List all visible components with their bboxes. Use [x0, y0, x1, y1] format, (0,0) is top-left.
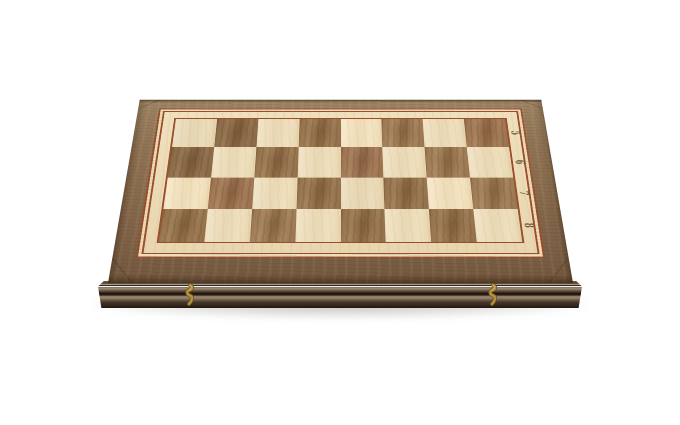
- square-dark: [382, 119, 425, 148]
- brass-clasp-icon: [184, 283, 196, 306]
- square-light: [427, 177, 473, 208]
- walnut-frame: 5678: [108, 100, 573, 283]
- rank-label: 8: [501, 221, 556, 230]
- frame-near-bevel: [108, 275, 573, 283]
- square-dark: [429, 209, 477, 242]
- square-light: [297, 147, 340, 177]
- inlay-pinstripe-border: 5678: [136, 109, 545, 258]
- maple-border-band: 5678: [141, 111, 539, 254]
- square-dark: [384, 177, 429, 208]
- square-dark: [296, 177, 340, 208]
- square-dark: [425, 147, 470, 177]
- square-dark: [208, 177, 254, 208]
- square-light: [423, 119, 467, 148]
- square-light: [385, 209, 432, 242]
- square-light: [295, 209, 340, 242]
- case-seam-groove: [98, 293, 582, 296]
- board-top-face: 5678: [108, 100, 573, 283]
- square-dark: [250, 209, 297, 242]
- square-light: [204, 209, 252, 242]
- square-light: [383, 147, 427, 177]
- square-dark: [298, 119, 340, 148]
- board-squares: [157, 118, 525, 243]
- square-dark: [341, 147, 384, 177]
- square-dark: [341, 209, 386, 242]
- square-dark: [168, 147, 214, 177]
- product-photo: 5678: [0, 0, 680, 425]
- square-light: [256, 119, 299, 148]
- rank-label: 7: [497, 189, 551, 197]
- square-light: [341, 119, 383, 148]
- rank-label: 6: [493, 158, 545, 166]
- square-light: [172, 119, 217, 148]
- case-side: [98, 281, 582, 308]
- rank-label: 5: [489, 129, 540, 137]
- square-light: [252, 177, 297, 208]
- square-light: [211, 147, 256, 177]
- frame-far-bevel: [139, 100, 542, 103]
- square-light: [163, 177, 211, 208]
- square-light: [341, 177, 385, 208]
- square-dark: [254, 147, 298, 177]
- square-dark: [214, 119, 258, 148]
- brass-clasp-icon: [487, 283, 499, 306]
- square-dark: [159, 209, 208, 242]
